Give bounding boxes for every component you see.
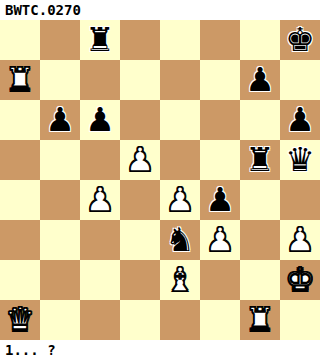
- square-g6[interactable]: [240, 100, 280, 140]
- square-a3[interactable]: [0, 220, 40, 260]
- square-b1[interactable]: [40, 300, 80, 340]
- square-d3[interactable]: [120, 220, 160, 260]
- square-a5[interactable]: [0, 140, 40, 180]
- black-queen-h5: ♛: [285, 140, 315, 180]
- square-g2[interactable]: [240, 260, 280, 300]
- square-f6[interactable]: [200, 100, 240, 140]
- square-c6[interactable]: ♟: [80, 100, 120, 140]
- white-pawn-d5: ♟: [125, 140, 155, 180]
- square-c8[interactable]: ♜: [80, 20, 120, 60]
- square-e6[interactable]: [160, 100, 200, 140]
- square-d2[interactable]: [120, 260, 160, 300]
- white-king-h2: ♚: [285, 260, 315, 300]
- move-prompt: 1... ?: [0, 340, 320, 360]
- square-b6[interactable]: ♟: [40, 100, 80, 140]
- black-knight-e3: ♞: [165, 220, 195, 260]
- square-e2[interactable]: ♝: [160, 260, 200, 300]
- white-pawn-f3: ♟: [205, 220, 235, 260]
- square-g4[interactable]: [240, 180, 280, 220]
- square-f7[interactable]: [200, 60, 240, 100]
- square-c3[interactable]: [80, 220, 120, 260]
- black-king-h8: ♚: [285, 20, 315, 60]
- white-queen-a1: ♛: [5, 300, 35, 340]
- black-rook-g5: ♜: [245, 140, 275, 180]
- square-a7[interactable]: ♜: [0, 60, 40, 100]
- square-f5[interactable]: [200, 140, 240, 180]
- square-d6[interactable]: [120, 100, 160, 140]
- white-pawn-h3: ♟: [285, 220, 315, 260]
- square-d8[interactable]: [120, 20, 160, 60]
- square-e3[interactable]: ♞: [160, 220, 200, 260]
- white-rook-a7: ♜: [5, 60, 35, 100]
- square-f4[interactable]: ♟: [200, 180, 240, 220]
- square-f1[interactable]: [200, 300, 240, 340]
- square-d4[interactable]: [120, 180, 160, 220]
- square-e5[interactable]: [160, 140, 200, 180]
- black-pawn-f4: ♟: [205, 180, 235, 220]
- square-d7[interactable]: [120, 60, 160, 100]
- square-h1[interactable]: [280, 300, 320, 340]
- square-c5[interactable]: [80, 140, 120, 180]
- square-c2[interactable]: [80, 260, 120, 300]
- white-pawn-c4: ♟: [85, 180, 115, 220]
- square-b2[interactable]: [40, 260, 80, 300]
- square-a1[interactable]: ♛: [0, 300, 40, 340]
- black-rook-c8: ♜: [85, 20, 115, 60]
- chess-board: ♜♚♜♟♟♟♟♟♜♛♟♟♟♞♟♟♝♚♛♜: [0, 20, 320, 340]
- square-h6[interactable]: ♟: [280, 100, 320, 140]
- square-b4[interactable]: [40, 180, 80, 220]
- square-a6[interactable]: [0, 100, 40, 140]
- square-b5[interactable]: [40, 140, 80, 180]
- square-e7[interactable]: [160, 60, 200, 100]
- square-h2[interactable]: ♚: [280, 260, 320, 300]
- square-a8[interactable]: [0, 20, 40, 60]
- square-e4[interactable]: ♟: [160, 180, 200, 220]
- square-c7[interactable]: [80, 60, 120, 100]
- white-rook-g1: ♜: [245, 300, 275, 340]
- square-f2[interactable]: [200, 260, 240, 300]
- puzzle-id: BWTC.0270: [0, 0, 320, 20]
- square-h3[interactable]: ♟: [280, 220, 320, 260]
- square-e8[interactable]: [160, 20, 200, 60]
- square-g7[interactable]: ♟: [240, 60, 280, 100]
- chess-puzzle-screen: BWTC.0270 ♜♚♜♟♟♟♟♟♜♛♟♟♟♞♟♟♝♚♛♜ 1... ?: [0, 0, 320, 360]
- square-h5[interactable]: ♛: [280, 140, 320, 180]
- white-pawn-e4: ♟: [165, 180, 195, 220]
- square-h8[interactable]: ♚: [280, 20, 320, 60]
- square-b3[interactable]: [40, 220, 80, 260]
- square-g3[interactable]: [240, 220, 280, 260]
- square-c4[interactable]: ♟: [80, 180, 120, 220]
- black-pawn-b6: ♟: [45, 100, 75, 140]
- black-pawn-g7: ♟: [245, 60, 275, 100]
- black-pawn-c6: ♟: [85, 100, 115, 140]
- square-f3[interactable]: ♟: [200, 220, 240, 260]
- white-bishop-e2: ♝: [165, 260, 195, 300]
- square-d5[interactable]: ♟: [120, 140, 160, 180]
- square-a4[interactable]: [0, 180, 40, 220]
- black-pawn-h6: ♟: [285, 100, 315, 140]
- square-h4[interactable]: [280, 180, 320, 220]
- square-b7[interactable]: [40, 60, 80, 100]
- square-h7[interactable]: [280, 60, 320, 100]
- square-e1[interactable]: [160, 300, 200, 340]
- square-g1[interactable]: ♜: [240, 300, 280, 340]
- square-a2[interactable]: [0, 260, 40, 300]
- square-d1[interactable]: [120, 300, 160, 340]
- square-f8[interactable]: [200, 20, 240, 60]
- square-g8[interactable]: [240, 20, 280, 60]
- square-b8[interactable]: [40, 20, 80, 60]
- square-g5[interactable]: ♜: [240, 140, 280, 180]
- square-c1[interactable]: [80, 300, 120, 340]
